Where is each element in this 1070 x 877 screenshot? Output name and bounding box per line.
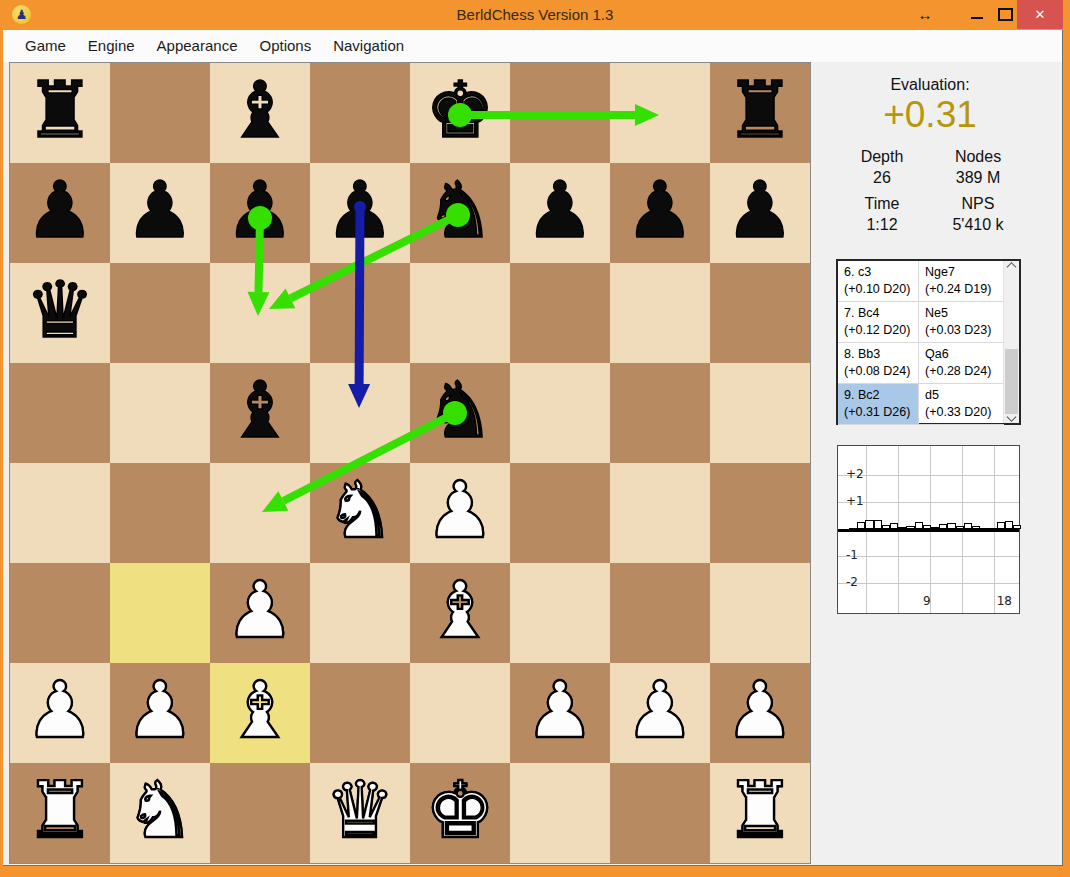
square-e3[interactable]: ♝ [410,563,510,663]
move-text: d5 [925,387,1004,404]
piece-white-knight-d4[interactable]: ♞ [325,460,395,560]
eval-bar-ply-2 [865,520,873,529]
chevron-up-icon [1007,262,1017,272]
y-tick-label: +2 [846,467,864,481]
square-h2[interactable]: ♟ [710,663,810,763]
piece-white-king-e1[interactable]: ♚ [425,760,495,860]
x-tick-label: 9 [923,594,931,608]
scroll-down-button[interactable] [1004,408,1019,423]
piece-white-rook-a1[interactable]: ♜ [25,760,95,860]
square-b7[interactable]: ♟ [110,163,210,263]
close-icon: ✕ [1035,7,1046,22]
piece-white-rook-h1[interactable]: ♜ [725,760,795,860]
move-cell-w-1[interactable]: 6. c3(+0.10 D20) [838,261,919,301]
move-eval: (+0.28 D24) [925,363,1004,380]
eval-bar-ply-18 [997,522,1005,529]
piece-black-pawn-a7[interactable]: ♟ [25,160,95,260]
square-h8[interactable]: ♜ [710,63,810,163]
square-a4[interactable] [10,463,110,563]
square-a3[interactable] [10,563,110,663]
minimize-icon [971,17,983,19]
zero-baseline [838,529,1019,532]
chevron-down-icon [1007,412,1017,422]
eval-bar-ply-8 [915,522,923,529]
piece-white-knight-b1[interactable]: ♞ [125,760,195,860]
resize-icon[interactable]: ↔ [908,0,942,29]
square-g3[interactable] [610,563,710,663]
move-text: 6. c3 [844,264,918,281]
move-eval: (+0.03 D23) [925,322,1004,339]
square-a6[interactable]: ♛ [10,263,110,363]
eval-bar-ply-1 [857,522,865,529]
square-f2[interactable]: ♟ [510,663,610,763]
square-g7[interactable]: ♟ [610,163,710,263]
piece-white-pawn-e4[interactable]: ♟ [425,460,495,560]
chess-board: ♜♝♚♜♟♟♟♟♞♟♟♟♛♝♞♞♟♟♝♟♟♝♟♟♟♜♞♛♚♜ [9,62,811,864]
square-b2[interactable]: ♟ [110,663,210,763]
square-c4[interactable] [210,463,310,563]
square-h3[interactable] [710,563,810,663]
scroll-up-button[interactable] [1004,261,1019,276]
engine-stats: Depth 26 Nodes 389 M Time 1:12 NPS 5'410… [834,146,1026,235]
square-b5[interactable] [110,363,210,463]
menu-appearance[interactable]: Appearance [146,30,249,62]
square-c7[interactable]: ♟ [210,163,310,263]
move-eval: (+0.10 D20) [844,281,918,298]
piece-black-knight-e5[interactable]: ♞ [425,360,495,460]
stat-nps: NPS 5'410 k [930,193,1026,235]
close-button[interactable]: ✕ [1017,0,1063,29]
minimize-button[interactable] [962,0,992,29]
evaluation-label: Evaluation: [834,76,1026,94]
move-cell-b-2[interactable]: Ne5(+0.03 D23) [919,302,1004,342]
move-eval: (+0.33 D20) [925,404,1004,421]
move-eval: (+0.31 D26) [844,404,918,421]
maximize-icon [998,8,1013,21]
square-f6[interactable] [510,263,610,363]
y-tick-label: -2 [846,575,858,589]
move-text: 9. Bc2 [844,387,918,404]
move-cell-b-1[interactable]: Nge7(+0.24 D19) [919,261,1004,301]
square-c8[interactable]: ♝ [210,63,310,163]
square-e5[interactable]: ♞ [410,363,510,463]
square-b3[interactable] [110,563,210,663]
move-eval: (+0.12 D20) [844,322,918,339]
piece-white-pawn-a2[interactable]: ♟ [25,660,95,760]
move-text: 7. Bc4 [844,305,918,322]
stat-time: Time 1:12 [834,193,930,235]
square-f3[interactable] [510,563,610,663]
piece-black-pawn-b7[interactable]: ♟ [125,160,195,260]
move-text: Ne5 [925,305,1004,322]
square-c3[interactable]: ♟ [210,563,310,663]
square-b4[interactable] [110,463,210,563]
move-cell-b-3[interactable]: Qa6(+0.28 D24) [919,343,1004,383]
square-e8[interactable]: ♚ [410,63,510,163]
move-text: Qa6 [925,346,1004,363]
square-g1[interactable] [610,763,710,863]
square-c1[interactable] [210,763,310,863]
piece-white-pawn-f2[interactable]: ♟ [525,660,595,760]
square-f7[interactable]: ♟ [510,163,610,263]
square-g4[interactable] [610,463,710,563]
square-f1[interactable] [510,763,610,863]
eval-bar-ply-3 [874,520,882,529]
piece-black-queen-a6[interactable]: ♛ [25,260,95,360]
evaluation-chart: +2+1-1-2918 [837,445,1020,614]
piece-black-pawn-g7[interactable]: ♟ [625,160,695,260]
square-a1[interactable]: ♜ [10,763,110,863]
piece-black-rook-a8[interactable]: ♜ [25,60,95,160]
piece-white-pawn-h2[interactable]: ♟ [725,660,795,760]
gridline-horizontal [838,475,1019,476]
square-d5[interactable] [310,363,410,463]
menu-game[interactable]: Game [14,30,77,62]
piece-black-king-e8[interactable]: ♚ [425,60,495,160]
square-f5[interactable] [510,363,610,463]
piece-white-pawn-g2[interactable]: ♟ [625,660,695,760]
square-e4[interactable]: ♟ [410,463,510,563]
scrollbar-thumb[interactable] [1005,349,1018,414]
square-e6[interactable] [410,263,510,363]
move-eval: (+0.24 D19) [925,281,1004,298]
square-d3[interactable] [310,563,410,663]
square-b8[interactable] [110,63,210,163]
move-list-scrollbar[interactable] [1003,261,1019,423]
square-c5[interactable]: ♝ [210,363,310,463]
piece-white-pawn-c3[interactable]: ♟ [225,560,295,660]
move-row-2: 7. Bc4(+0.12 D20)Ne5(+0.03 D23) [838,302,1004,343]
move-text: Nge7 [925,264,1004,281]
square-d8[interactable] [310,63,410,163]
piece-black-pawn-f7[interactable]: ♟ [525,160,595,260]
square-d2[interactable] [310,663,410,763]
square-f4[interactable] [510,463,610,563]
menu-options[interactable]: Options [248,30,322,62]
square-h4[interactable] [710,463,810,563]
square-g8[interactable] [610,63,710,163]
square-b6[interactable] [110,263,210,363]
square-h1[interactable]: ♜ [710,763,810,863]
piece-black-knight-e7[interactable]: ♞ [425,160,495,260]
move-row-3: 8. Bb3(+0.08 D24)Qa6(+0.28 D24) [838,343,1004,384]
square-a7[interactable]: ♟ [10,163,110,263]
menu-bar: Game Engine Appearance Options Navigatio… [3,30,1062,62]
square-h6[interactable] [710,263,810,363]
gridline-horizontal [838,556,1019,557]
square-g2[interactable]: ♟ [610,663,710,763]
move-text: 8. Bb3 [844,346,918,363]
square-h7[interactable]: ♟ [710,163,810,263]
title-bar: ♟ BerldChess Version 1.3 ↔ ✕ [0,0,1070,30]
menu-navigation[interactable]: Navigation [322,30,415,62]
move-list: 6. c3(+0.10 D20)Nge7(+0.24 D19)7. Bc4(+0… [836,259,1021,425]
board-grid: ♜♝♚♜♟♟♟♟♞♟♟♟♛♝♞♞♟♟♝♟♟♝♟♟♟♜♞♛♚♜ [10,63,810,863]
y-tick-label: -1 [846,548,858,562]
square-f8[interactable] [510,63,610,163]
window-content: Game Engine Appearance Options Navigatio… [3,30,1063,866]
move-cell-w-4[interactable]: 9. Bc2(+0.31 D26) [838,384,919,424]
square-h5[interactable] [710,363,810,463]
piece-black-pawn-h7[interactable]: ♟ [725,160,795,260]
maximize-button[interactable] [990,0,1020,29]
evaluation-value: +0.31 [834,94,1026,136]
square-d6[interactable] [310,263,410,363]
square-c2[interactable]: ♝ [210,663,310,763]
piece-black-bishop-c5[interactable]: ♝ [225,360,295,460]
square-e1[interactable]: ♚ [410,763,510,863]
piece-white-bishop-c2[interactable]: ♝ [225,660,295,760]
piece-white-queen-d1[interactable]: ♛ [325,760,395,860]
move-row-1: 6. c3(+0.10 D20)Nge7(+0.24 D19) [838,261,1004,302]
eval-bar-ply-19 [1005,521,1013,529]
stat-depth: Depth 26 [834,146,930,188]
square-g5[interactable] [610,363,710,463]
piece-white-pawn-b2[interactable]: ♟ [125,660,195,760]
move-eval: (+0.08 D24) [844,363,918,380]
gridline-horizontal [838,583,1019,584]
square-g6[interactable] [610,263,710,363]
square-a5[interactable] [10,363,110,463]
move-cell-w-3[interactable]: 8. Bb3(+0.08 D24) [838,343,919,383]
gridline-horizontal [838,502,1019,503]
x-tick-label: 18 [997,594,1012,608]
piece-black-pawn-c7[interactable]: ♟ [225,160,295,260]
square-d4[interactable]: ♞ [310,463,410,563]
square-e2[interactable] [410,663,510,763]
square-a8[interactable]: ♜ [10,63,110,163]
square-d7[interactable]: ♟ [310,163,410,263]
square-e7[interactable]: ♞ [410,163,510,263]
stat-nodes: Nodes 389 M [930,146,1026,188]
piece-white-bishop-e3[interactable]: ♝ [425,560,495,660]
move-cell-b-4[interactable]: d5(+0.33 D20) [919,384,1004,424]
square-c6[interactable] [210,263,310,363]
square-b1[interactable]: ♞ [110,763,210,863]
menu-engine[interactable]: Engine [77,30,146,62]
move-row-4: 9. Bc2(+0.31 D26)d5(+0.33 D20) [838,384,1004,425]
move-cell-w-2[interactable]: 7. Bc4(+0.12 D20) [838,302,919,342]
piece-black-rook-h8[interactable]: ♜ [725,60,795,160]
square-d1[interactable]: ♛ [310,763,410,863]
square-a2[interactable]: ♟ [10,663,110,763]
move-list-grid: 6. c3(+0.10 D20)Nge7(+0.24 D19)7. Bc4(+0… [838,261,1004,423]
y-tick-label: +1 [846,494,864,508]
piece-black-pawn-d7[interactable]: ♟ [325,160,395,260]
piece-black-bishop-c8[interactable]: ♝ [225,60,295,160]
